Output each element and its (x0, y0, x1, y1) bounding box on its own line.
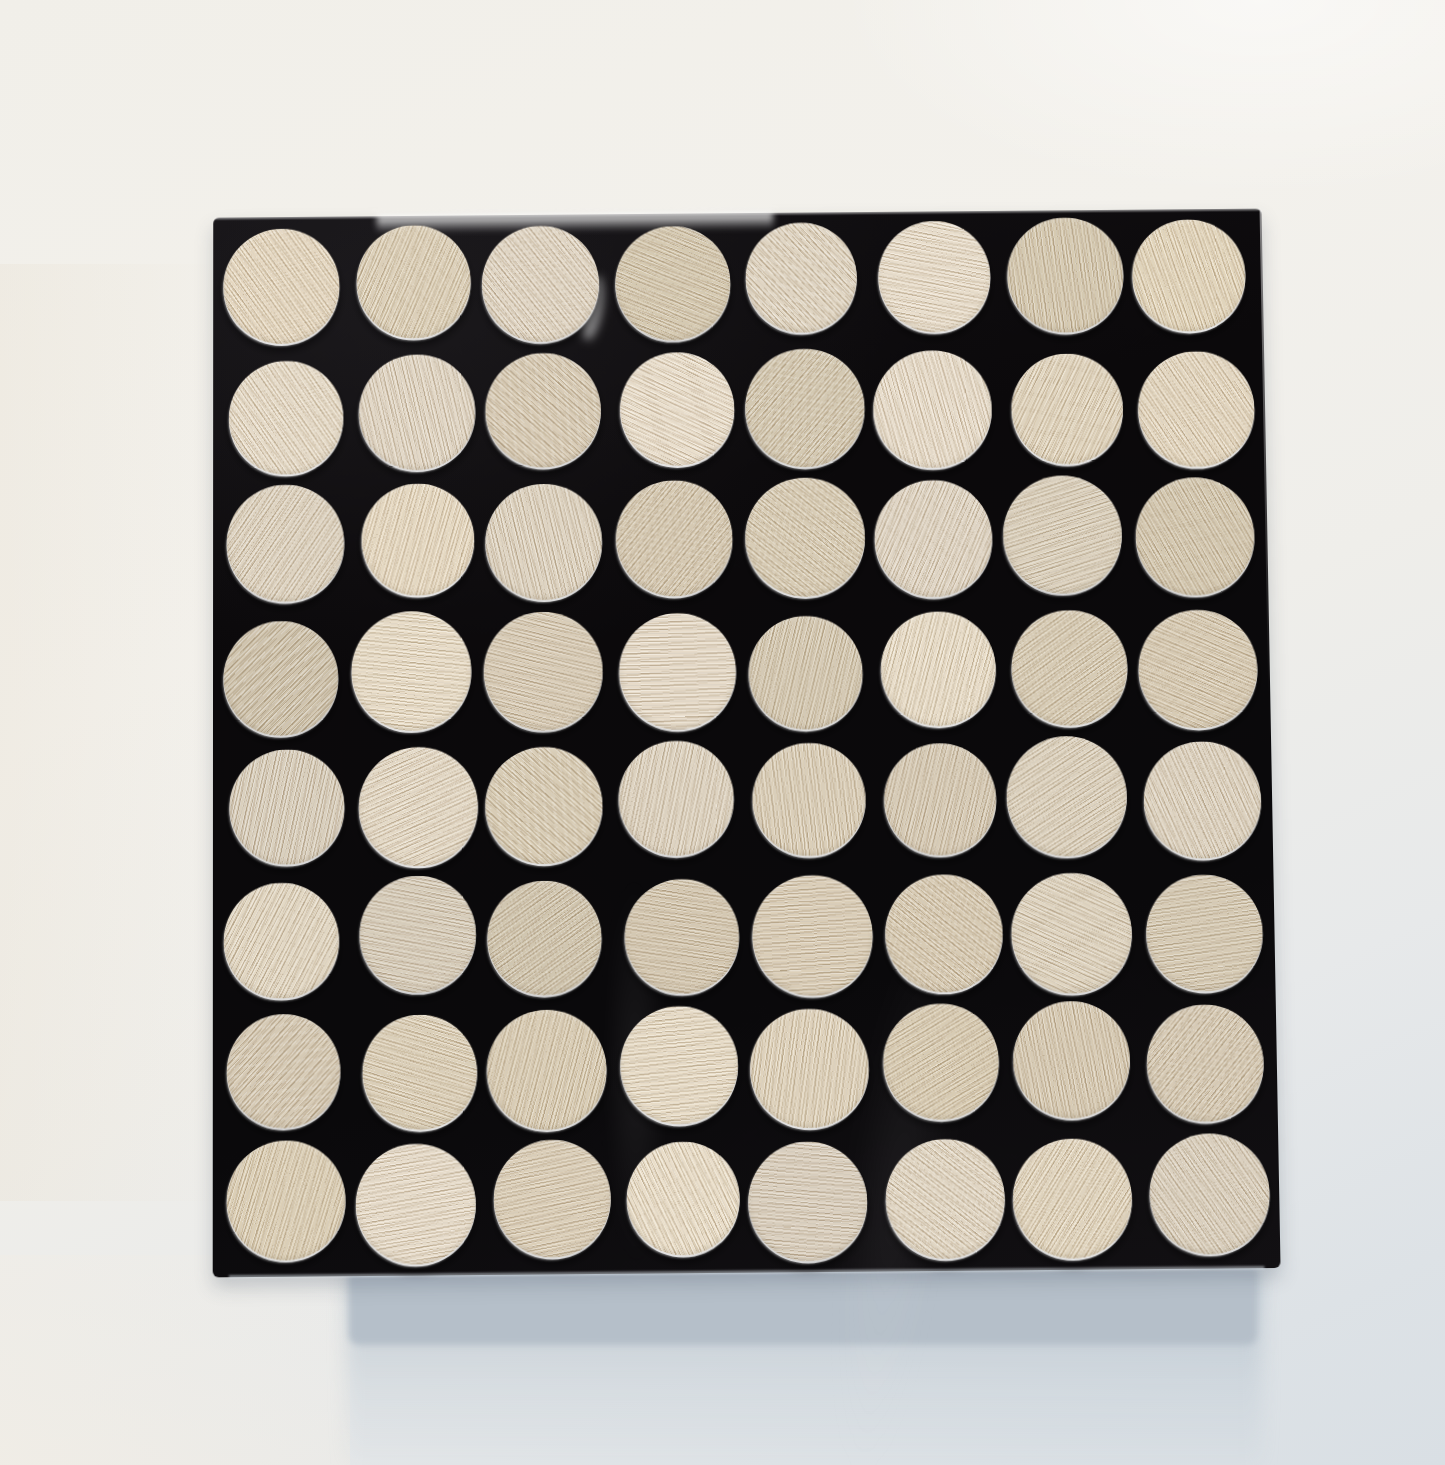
cell-r4c3[interactable] (480, 607, 611, 739)
wall-warm-tint-left (0, 264, 231, 1202)
cell-r8c4[interactable] (614, 1131, 747, 1265)
cell-r1c8[interactable] (1126, 213, 1258, 343)
disc-light (624, 878, 739, 994)
cell-r3c1[interactable] (219, 479, 349, 610)
cell-r6c7[interactable] (1005, 864, 1138, 997)
wall-warm-tint-bottom-left (0, 1255, 350, 1465)
cell-r2c2[interactable] (349, 348, 479, 479)
disc-light (1137, 351, 1255, 468)
cell-r2c4[interactable] (609, 346, 740, 477)
cell-r3c8[interactable] (1130, 471, 1262, 602)
cell-r2c8[interactable] (1128, 341, 1260, 472)
cell-r1c2[interactable] (349, 219, 479, 349)
disc-light (227, 1140, 346, 1261)
board-grid (219, 213, 1275, 1270)
disc-light (872, 350, 992, 469)
disc-light (361, 483, 474, 596)
board-cast-shadow (349, 1269, 1257, 1345)
cell-r1c5[interactable] (737, 216, 868, 346)
disc-light (1143, 741, 1262, 859)
cell-r1c4[interactable] (608, 217, 739, 347)
disc-light (229, 749, 344, 865)
cell-r1c3[interactable] (478, 218, 608, 348)
disc-light (626, 1141, 740, 1256)
disc-light (1012, 1000, 1130, 1118)
cell-r4c5[interactable] (741, 604, 873, 736)
disc-light (619, 613, 737, 731)
disc-light (882, 1003, 999, 1120)
disc-light (484, 611, 603, 731)
disc-light (1145, 874, 1263, 992)
disc-light (752, 874, 874, 996)
disc-light (618, 740, 734, 856)
disc-light (1138, 609, 1259, 729)
disc-light (880, 611, 996, 727)
disc-light (884, 874, 1003, 993)
cell-r4c2[interactable] (349, 608, 480, 740)
disc-light (360, 875, 477, 993)
disc-light (745, 477, 866, 597)
cell-r5c3[interactable] (480, 737, 612, 869)
cell-r8c7[interactable] (1009, 1128, 1143, 1262)
disc-light (1006, 735, 1128, 856)
disc-light (487, 1009, 607, 1130)
disc-light (748, 1141, 868, 1262)
disc-light (223, 228, 339, 344)
disc-light (358, 354, 475, 471)
disc-light (227, 484, 345, 602)
cell-r8c5[interactable] (745, 1130, 878, 1264)
disc-light (1146, 1003, 1265, 1121)
cell-r5c6[interactable] (873, 734, 1005, 866)
cell-r5c2[interactable] (350, 738, 481, 870)
disc-light (884, 742, 997, 855)
cell-r4c7[interactable] (1002, 602, 1134, 734)
cell-r5c8[interactable] (1134, 731, 1267, 863)
cell-r6c2[interactable] (350, 870, 482, 1003)
disc-light (877, 221, 990, 333)
cell-r7c5[interactable] (744, 998, 877, 1132)
disc-light (749, 615, 864, 730)
cell-r2c3[interactable] (479, 347, 610, 478)
cell-r3c7[interactable] (1000, 472, 1132, 603)
cell-r2c7[interactable] (998, 343, 1130, 474)
disc-light (1010, 872, 1132, 994)
game-board (213, 209, 1281, 1278)
disc-light (486, 483, 603, 600)
cell-r5c1[interactable] (219, 739, 350, 871)
disc-light (355, 1143, 475, 1265)
cell-r3c6[interactable] (870, 473, 1002, 604)
disc-light (1011, 353, 1124, 465)
disc-light (229, 360, 343, 475)
cell-r6c3[interactable] (481, 868, 613, 1001)
disc-light (358, 747, 478, 867)
cell-r5c4[interactable] (611, 736, 743, 868)
cell-r8c3[interactable] (482, 1133, 615, 1267)
cell-r8c1[interactable] (219, 1135, 351, 1269)
disc-light (616, 480, 733, 597)
disc-light (745, 348, 865, 468)
cell-r3c4[interactable] (610, 475, 741, 606)
cell-r1c7[interactable] (997, 214, 1129, 344)
cell-r7c2[interactable] (350, 1001, 482, 1135)
cell-r5c7[interactable] (1003, 733, 1136, 865)
cell-r5c5[interactable] (742, 735, 874, 867)
cell-r2c6[interactable] (868, 344, 1000, 475)
cell-r6c4[interactable] (612, 867, 744, 1000)
cell-r6c6[interactable] (874, 865, 1007, 998)
cell-r6c5[interactable] (743, 866, 875, 999)
disc-light (485, 352, 601, 468)
disc-light (487, 880, 602, 996)
cell-r7c7[interactable] (1007, 996, 1140, 1130)
disc-light (1135, 477, 1256, 596)
cell-r7c6[interactable] (876, 997, 1009, 1131)
cell-r7c3[interactable] (482, 1000, 614, 1134)
disc-light (620, 352, 735, 467)
disc-light (351, 610, 471, 731)
disc-light (362, 1014, 477, 1130)
cell-r2c5[interactable] (739, 345, 870, 476)
cell-r8c2[interactable] (350, 1134, 482, 1268)
cell-r7c8[interactable] (1138, 994, 1272, 1128)
cell-r7c1[interactable] (219, 1002, 351, 1136)
disc-light (874, 479, 993, 597)
disc-light (482, 225, 600, 342)
disc-light (1012, 1138, 1133, 1259)
cell-r6c1[interactable] (219, 871, 350, 1004)
cell-r1c6[interactable] (867, 215, 998, 345)
cell-r2c1[interactable] (219, 349, 349, 480)
disc-light (1011, 609, 1129, 726)
disc-light (1131, 218, 1246, 331)
cell-r8c8[interactable] (1140, 1127, 1274, 1261)
photo-scene (0, 0, 1445, 1465)
cell-r3c2[interactable] (349, 478, 480, 609)
disc-light (356, 225, 470, 339)
cell-r4c1[interactable] (219, 609, 350, 741)
disc-light (620, 1006, 739, 1125)
cell-r6c8[interactable] (1136, 863, 1269, 996)
disc-light (227, 1014, 341, 1129)
cell-r1c1[interactable] (219, 220, 349, 350)
disc-light (1007, 217, 1125, 333)
disc-light (493, 1139, 611, 1258)
disc-light (1149, 1133, 1271, 1255)
cell-r3c5[interactable] (740, 474, 872, 605)
disc-light (224, 882, 340, 999)
disc-light (752, 742, 866, 856)
cell-r4c6[interactable] (871, 603, 1003, 735)
disc-light (615, 225, 731, 340)
cell-r8c6[interactable] (877, 1129, 1010, 1263)
disc-light (486, 746, 604, 864)
cell-r7c4[interactable] (613, 999, 745, 1133)
disc-light (1003, 475, 1123, 594)
disc-light (223, 621, 338, 737)
disc-light (885, 1138, 1005, 1259)
cell-r4c8[interactable] (1132, 601, 1265, 733)
cell-r4c4[interactable] (610, 605, 742, 737)
disc-light (750, 1008, 870, 1128)
disc-light (746, 222, 858, 333)
cell-r3c3[interactable] (479, 476, 610, 607)
